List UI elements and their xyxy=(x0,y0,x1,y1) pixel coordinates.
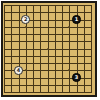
go-board: 1234 xyxy=(1,1,97,97)
star-point xyxy=(25,69,27,71)
star-point xyxy=(68,26,70,28)
stone-black-1: 1 xyxy=(72,15,81,24)
stone-white-4: 4 xyxy=(14,66,23,75)
star-point xyxy=(25,26,27,28)
stone-black-3: 3 xyxy=(72,73,81,82)
go-diagram-page: 1234 xyxy=(0,0,100,100)
star-point xyxy=(47,48,49,50)
board-grid: 1234 xyxy=(0,1,94,95)
star-point xyxy=(68,69,70,71)
stone-white-2: 2 xyxy=(21,15,30,24)
board-inner: 1234 xyxy=(3,3,95,95)
